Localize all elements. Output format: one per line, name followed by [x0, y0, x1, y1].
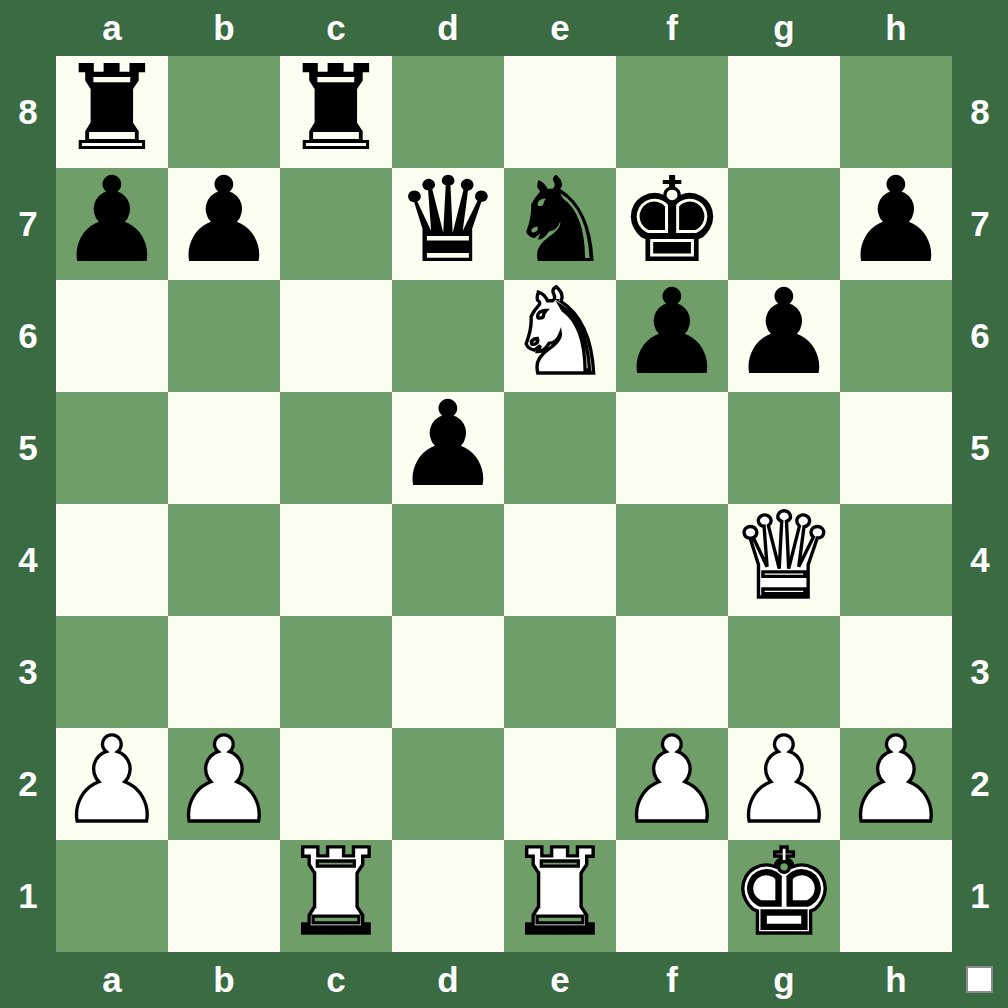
black-queen-d7[interactable]: ♛	[395, 161, 501, 279]
rank-label-4-right: 4	[952, 504, 1008, 616]
square-f5[interactable]	[616, 392, 728, 504]
file-label-e-top: e	[504, 0, 616, 56]
square-f1[interactable]	[616, 840, 728, 952]
square-b4[interactable]	[168, 504, 280, 616]
rank-label-6-right: 6	[952, 280, 1008, 392]
square-e6[interactable]: ♞	[504, 280, 616, 392]
rank-label-1-left: 1	[0, 840, 56, 952]
square-g8[interactable]	[728, 56, 840, 168]
square-d7[interactable]: ♛	[392, 168, 504, 280]
white-pawn-b2[interactable]: ♟	[171, 721, 277, 839]
rank-label-1-right: 1	[952, 840, 1008, 952]
black-pawn-d5[interactable]: ♟	[395, 385, 501, 503]
rank-label-2-right: 2	[952, 728, 1008, 840]
square-a5[interactable]	[56, 392, 168, 504]
file-label-h-top: h	[840, 0, 952, 56]
white-king-g1[interactable]: ♚	[731, 833, 837, 951]
black-king-f7[interactable]: ♚	[619, 161, 725, 279]
black-pawn-g6[interactable]: ♟	[731, 273, 837, 391]
square-g6[interactable]: ♟	[728, 280, 840, 392]
square-c1[interactable]: ♜	[280, 840, 392, 952]
square-h1[interactable]	[840, 840, 952, 952]
file-label-h-bottom: h	[840, 952, 952, 1008]
file-label-a-bottom: a	[56, 952, 168, 1008]
square-e5[interactable]	[504, 392, 616, 504]
file-label-d-top: d	[392, 0, 504, 56]
square-a2[interactable]: ♟	[56, 728, 168, 840]
file-labels-top: abcdefgh	[56, 0, 952, 56]
white-pawn-g2[interactable]: ♟	[731, 721, 837, 839]
white-pawn-h2[interactable]: ♟	[843, 721, 949, 839]
rank-label-8-right: 8	[952, 56, 1008, 168]
square-b5[interactable]	[168, 392, 280, 504]
square-f6[interactable]: ♟	[616, 280, 728, 392]
white-pawn-f2[interactable]: ♟	[619, 721, 725, 839]
rank-label-5-left: 5	[0, 392, 56, 504]
square-d3[interactable]	[392, 616, 504, 728]
square-b2[interactable]: ♟	[168, 728, 280, 840]
file-label-f-bottom: f	[616, 952, 728, 1008]
square-c5[interactable]	[280, 392, 392, 504]
square-d5[interactable]: ♟	[392, 392, 504, 504]
white-queen-g4[interactable]: ♛	[731, 497, 837, 615]
black-rook-c8[interactable]: ♜	[283, 49, 389, 167]
square-g1[interactable]: ♚	[728, 840, 840, 952]
square-c6[interactable]	[280, 280, 392, 392]
rank-label-6-left: 6	[0, 280, 56, 392]
file-label-f-top: f	[616, 0, 728, 56]
white-rook-c1[interactable]: ♜	[283, 833, 389, 951]
square-h7[interactable]: ♟	[840, 168, 952, 280]
file-label-g-top: g	[728, 0, 840, 56]
square-c7[interactable]	[280, 168, 392, 280]
square-b6[interactable]	[168, 280, 280, 392]
square-b1[interactable]	[168, 840, 280, 952]
square-c4[interactable]	[280, 504, 392, 616]
square-g4[interactable]: ♛	[728, 504, 840, 616]
black-pawn-a7[interactable]: ♟	[59, 161, 165, 279]
white-pawn-a2[interactable]: ♟	[59, 721, 165, 839]
square-a7[interactable]: ♟	[56, 168, 168, 280]
black-pawn-h7[interactable]: ♟	[843, 161, 949, 279]
rank-label-7-left: 7	[0, 168, 56, 280]
square-b7[interactable]: ♟	[168, 168, 280, 280]
black-knight-e7[interactable]: ♞	[507, 161, 613, 279]
black-pawn-b7[interactable]: ♟	[171, 161, 277, 279]
square-e1[interactable]: ♜	[504, 840, 616, 952]
rank-label-5-right: 5	[952, 392, 1008, 504]
square-h6[interactable]	[840, 280, 952, 392]
square-d1[interactable]	[392, 840, 504, 952]
rank-label-2-left: 2	[0, 728, 56, 840]
square-c8[interactable]: ♜	[280, 56, 392, 168]
rank-labels-right: 87654321	[952, 56, 1008, 952]
square-h5[interactable]	[840, 392, 952, 504]
rank-label-3-right: 3	[952, 616, 1008, 728]
square-h2[interactable]: ♟	[840, 728, 952, 840]
square-f2[interactable]: ♟	[616, 728, 728, 840]
square-e4[interactable]	[504, 504, 616, 616]
square-f4[interactable]	[616, 504, 728, 616]
square-a6[interactable]	[56, 280, 168, 392]
file-label-b-bottom: b	[168, 952, 280, 1008]
rank-label-8-left: 8	[0, 56, 56, 168]
square-a1[interactable]	[56, 840, 168, 952]
rank-label-4-left: 4	[0, 504, 56, 616]
chessboard-frame: abcdefgh abcdefgh 87654321 87654321 ♜♜♟♟…	[0, 0, 1008, 1008]
square-e3[interactable]	[504, 616, 616, 728]
square-a4[interactable]	[56, 504, 168, 616]
rank-label-7-right: 7	[952, 168, 1008, 280]
rank-label-3-left: 3	[0, 616, 56, 728]
black-rook-a8[interactable]: ♜	[59, 49, 165, 167]
board: ♜♜♟♟♛♞♚♟♞♟♟♟♛♟♟♟♟♟♜♜♚	[56, 56, 952, 952]
rank-labels-left: 87654321	[0, 56, 56, 952]
square-d2[interactable]	[392, 728, 504, 840]
square-h4[interactable]	[840, 504, 952, 616]
black-pawn-f6[interactable]: ♟	[619, 273, 725, 391]
white-to-move-indicator	[966, 966, 993, 993]
file-label-d-bottom: d	[392, 952, 504, 1008]
white-knight-e6[interactable]: ♞	[507, 273, 613, 391]
square-d4[interactable]	[392, 504, 504, 616]
square-c3[interactable]	[280, 616, 392, 728]
white-rook-e1[interactable]: ♜	[507, 833, 613, 951]
file-label-b-top: b	[168, 0, 280, 56]
